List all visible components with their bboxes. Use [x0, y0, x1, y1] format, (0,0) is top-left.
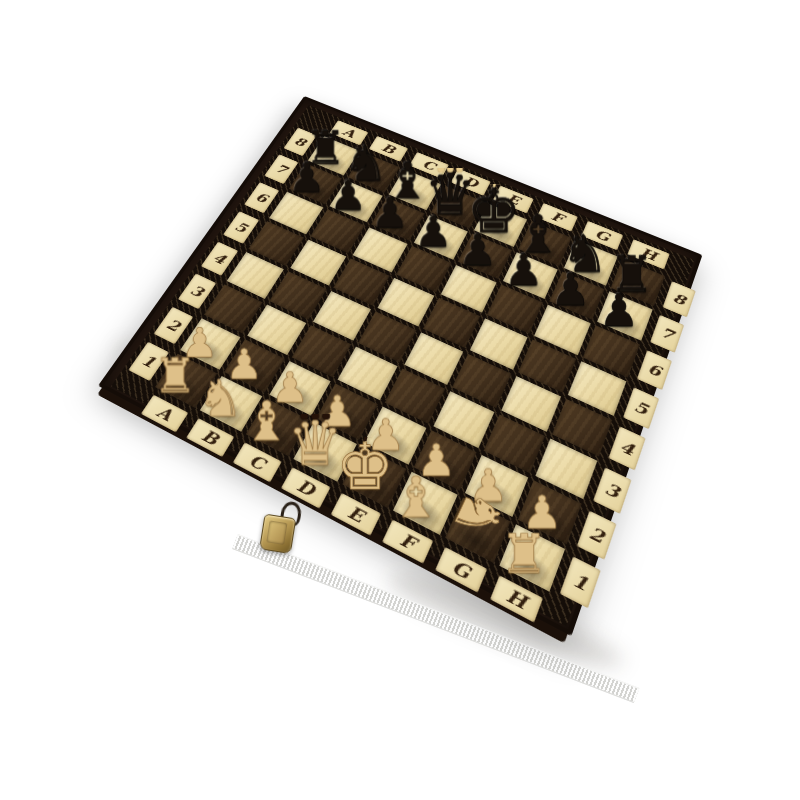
chessboard-grid: ABCDEFGH8♜♞♝♛♚✚♝♞♜87♟♟♟♟♟♟♟♟7665544332♟♟… [111, 105, 694, 626]
piece-white-rook-h1[interactable]: ♜ [483, 530, 565, 581]
clasp-plate [266, 520, 287, 545]
rank-label-plaque: 2 [577, 511, 617, 560]
square-h7[interactable]: ♟ [597, 291, 653, 341]
square-f5[interactable] [470, 318, 528, 370]
black-pawn-icon: ♟ [599, 290, 639, 333]
king-cross-finial-icon: ✚ [358, 429, 371, 444]
file-label-plaque: B [186, 418, 234, 457]
chessboard-scene: ABCDEFGH8♜♞♝♛♚✚♝♞♜87♟♟♟♟♟♟♟♟7665544332♟♟… [0, 0, 800, 800]
square-h1[interactable]: ♜ [499, 524, 565, 592]
rank-label-plaque: 6 [244, 182, 279, 213]
rank-label-right-6: 6 [633, 347, 676, 394]
rank-label-plaque: 5 [223, 211, 259, 244]
chessboard: ABCDEFGH8♜♞♝♛♚✚♝♞♜87♟♟♟♟♟♟♟♟7665544332♟♟… [98, 96, 702, 636]
rank-label-plaque: 6 [637, 350, 672, 390]
rank-label-plaque: 7 [650, 315, 684, 353]
piece-black-pawn-h7[interactable]: ♟ [584, 290, 654, 333]
rank-label-plaque: 4 [608, 426, 645, 470]
rank-label-plaque: 3 [593, 467, 631, 513]
rank-label-right-3: 3 [589, 463, 636, 518]
queen-crown-tips-icon [300, 412, 330, 420]
rank-label-left-3: 3 [174, 270, 220, 312]
rank-label-plaque: 5 [623, 387, 659, 429]
product-photo-canvas: ABCDEFGH8♜♞♝♛♚✚♝♞♜87♟♟♟♟♟♟♟♟7665544332♟♟… [0, 0, 800, 800]
rank-label-plaque: 8 [663, 281, 696, 317]
white-bishop-icon: ♝ [391, 471, 442, 525]
frame-corner [671, 255, 707, 287]
white-rook-icon: ♜ [500, 530, 548, 581]
rank-label-right-4: 4 [604, 422, 649, 474]
rank-label-plaque: 1 [560, 556, 601, 608]
